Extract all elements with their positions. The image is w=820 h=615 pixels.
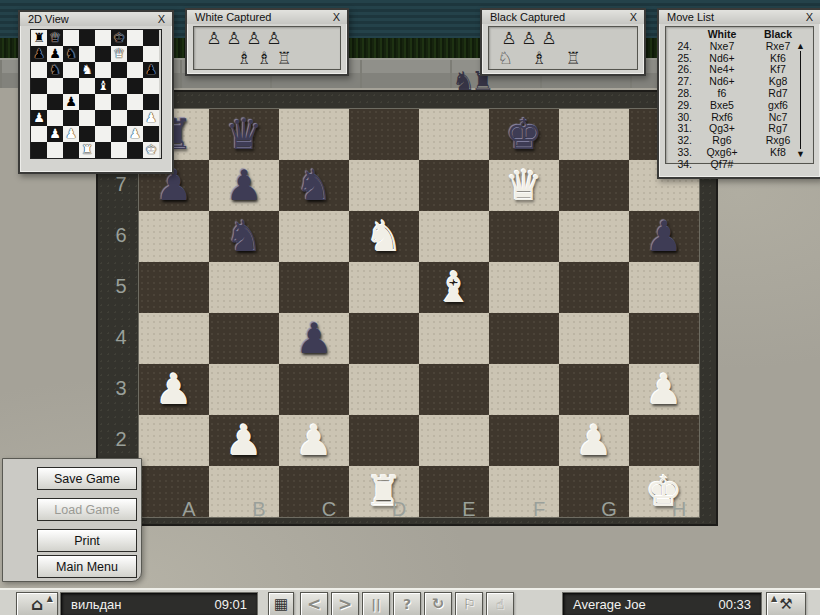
square-d3[interactable]	[79, 110, 95, 126]
captured-bishop-icon: ♗	[254, 48, 274, 68]
tools-button[interactable]: ⚒ ▲	[766, 592, 806, 615]
square-d4[interactable]	[349, 313, 419, 364]
white-pawn-b2[interactable]: ♟	[225, 417, 263, 465]
square-f5[interactable]	[111, 78, 127, 94]
square-h3[interactable]: ♟	[629, 364, 699, 415]
square-f3[interactable]	[111, 110, 127, 126]
square-e8[interactable]	[419, 109, 489, 160]
white-bishop-e5[interactable]: ♝	[435, 264, 473, 312]
square-d7[interactable]	[79, 46, 95, 62]
white-queen-f7[interactable]: ♛	[505, 162, 543, 210]
square-c5[interactable]	[279, 262, 349, 313]
resign-button[interactable]: ⚐	[455, 592, 483, 615]
white-pawn-b2[interactable]: ♟	[49, 126, 61, 142]
square-h8[interactable]	[143, 30, 159, 46]
chess-board[interactable]: ♜♛♚♟♟♞♛♞♞♟♝♟♟♟♟♟♟♜♚	[138, 108, 700, 518]
square-d4[interactable]	[79, 94, 95, 110]
pattern-icon: ▦	[274, 595, 288, 613]
move-row-28[interactable]: 28.f6Rd7	[668, 88, 811, 100]
file-label-E: E	[434, 496, 504, 522]
square-e3[interactable]	[419, 364, 489, 415]
next-icon: >	[338, 594, 352, 614]
rank-label-4: 4	[108, 312, 134, 363]
white-knight-d6[interactable]: ♞	[81, 62, 93, 78]
square-a5[interactable]	[31, 78, 47, 94]
redo-loop-icon: ↻	[432, 595, 445, 613]
black-pawn-c4[interactable]: ♟	[295, 315, 333, 363]
file-labels: ABCDEFGH	[154, 496, 714, 522]
captured-pawn-icon: ♙	[539, 28, 559, 48]
scroll-down-icon[interactable]: ▼	[796, 149, 805, 159]
square-e3[interactable]	[95, 110, 111, 126]
chess-board-frame: 87654321 ♜♛♚♟♟♞♛♞♞♟♝♟♟♟♟♟♟♜♚ ABCDEFGH	[96, 90, 718, 526]
square-a4[interactable]	[31, 94, 47, 110]
panel-2d-view-title: 2D View	[28, 13, 69, 25]
flag-icon: ⚐	[463, 596, 476, 612]
panel-black-captured: Black Captured X ♙♙♙ ♘♗♖	[480, 8, 646, 76]
white-king-h1[interactable]: ♚	[145, 142, 157, 158]
eject-icon: ▲	[47, 594, 53, 603]
save-game-button[interactable]: Save Game	[37, 467, 137, 490]
square-h3[interactable]: ♟	[143, 110, 159, 126]
panel-white-captured-titlebar[interactable]: White Captured X	[187, 10, 347, 24]
square-d3[interactable]	[349, 364, 419, 415]
panel-move-list: Move List X White Black 24.Nxe7Rxe725.Nd…	[657, 8, 820, 179]
black-pawn-a7[interactable]: ♟	[33, 46, 45, 62]
black-knight-c7[interactable]: ♞	[295, 162, 333, 210]
print-button[interactable]: Print	[37, 529, 137, 552]
white-knight-d6[interactable]: ♞	[365, 213, 403, 261]
white-pawn-c2[interactable]: ♟	[295, 417, 333, 465]
square-f7[interactable]: ♛	[111, 46, 127, 62]
square-f4[interactable]	[489, 313, 559, 364]
move-row-33[interactable]: 33.Qxg6+Kf8	[668, 147, 811, 159]
black-knight-c7[interactable]: ♞	[65, 46, 77, 62]
square-a6[interactable]	[139, 211, 209, 262]
white-pawn-h3[interactable]: ♟	[145, 110, 157, 126]
question-icon: ?	[403, 596, 411, 612]
pause-icon: ||	[371, 597, 381, 612]
panel-2d-view-titlebar[interactable]: 2D View X	[20, 12, 172, 26]
black-king-f8[interactable]: ♚	[113, 30, 125, 46]
rank-label-6: 6	[108, 210, 134, 261]
square-c2[interactable]: ♟	[63, 126, 79, 142]
close-icon[interactable]: X	[806, 11, 813, 23]
square-f1[interactable]	[111, 142, 127, 158]
panel-white-captured-title: White Captured	[195, 11, 271, 23]
captured-pawn-icon: ♙	[224, 28, 244, 48]
file-label-H: H	[644, 496, 714, 522]
square-b8[interactable]: ♛	[209, 109, 279, 160]
board-pattern-button[interactable]: ▦	[268, 592, 294, 615]
white-player-field: вильдан 09:01	[60, 592, 258, 615]
load-game-button[interactable]: Load Game	[37, 498, 137, 521]
square-a3[interactable]: ♟	[31, 110, 47, 126]
square-c7[interactable]: ♞	[63, 46, 79, 62]
previous-icon: <	[307, 594, 321, 614]
square-c7[interactable]: ♞	[279, 160, 349, 211]
square-d5[interactable]	[79, 78, 95, 94]
square-d7[interactable]	[349, 160, 419, 211]
white-player-name: вильдан	[71, 597, 122, 612]
square-d6[interactable]: ♞	[79, 62, 95, 78]
black-queen-b8[interactable]: ♛	[225, 111, 263, 159]
square-b7[interactable]: ♟	[209, 160, 279, 211]
square-a8[interactable]: ♜	[31, 30, 47, 46]
square-h5[interactable]	[629, 262, 699, 313]
square-g5[interactable]	[127, 78, 143, 94]
square-h4[interactable]	[143, 94, 159, 110]
square-b1[interactable]	[47, 142, 63, 158]
square-e5[interactable]: ♝	[419, 262, 489, 313]
white-pawn-c2[interactable]: ♟	[65, 126, 77, 142]
square-b6[interactable]: ♞	[209, 211, 279, 262]
white-captured-tray: ♙♙♙♙ ♗♗♖	[193, 26, 341, 70]
square-a6[interactable]	[31, 62, 47, 78]
panel-white-captured: White Captured X ♙♙♙♙ ♗♗♖	[185, 8, 349, 76]
square-g5[interactable]	[559, 262, 629, 313]
file-label-C: C	[294, 496, 364, 522]
square-g1[interactable]	[127, 142, 143, 158]
white-pawn-a3[interactable]: ♟	[33, 110, 45, 126]
square-b3[interactable]	[47, 110, 63, 126]
square-f6[interactable]	[489, 211, 559, 262]
square-g2[interactable]: ♟	[127, 126, 143, 142]
move-list-scrollbar[interactable]: ▲ ▼	[795, 41, 806, 159]
file-label-B: B	[224, 496, 294, 522]
square-h1[interactable]: ♚	[143, 142, 159, 158]
square-b6[interactable]: ♞	[47, 62, 63, 78]
move-row-29[interactable]: 29.Bxe5gxf6	[668, 100, 811, 112]
mini-2d-board[interactable]: ♜♛♚♟♟♞♛♞♞♟♝♟♟♟♟♟♟♜♚	[31, 30, 161, 158]
captured-rook-icon: ♖	[274, 48, 294, 68]
square-h7[interactable]	[143, 46, 159, 62]
square-d1[interactable]: ♜	[79, 142, 95, 158]
square-f7[interactable]: ♛	[489, 160, 559, 211]
black-player-field: Average Joe 00:33	[562, 592, 762, 615]
square-b4[interactable]	[47, 94, 63, 110]
black-pawn-b7[interactable]: ♟	[225, 162, 263, 210]
square-d2[interactable]	[79, 126, 95, 142]
square-f2[interactable]	[111, 126, 127, 142]
square-a3[interactable]: ♟	[139, 364, 209, 415]
square-g3[interactable]	[127, 110, 143, 126]
captured-pawn-icon: ♙	[204, 28, 224, 48]
square-c4[interactable]: ♟	[279, 313, 349, 364]
white-bishop-e5[interactable]: ♝	[97, 78, 109, 94]
scroll-up-icon[interactable]: ▲	[796, 41, 805, 51]
square-c4[interactable]: ♟	[63, 94, 79, 110]
square-f5[interactable]	[489, 262, 559, 313]
mini-board-border: ♜♛♚♟♟♞♛♞♞♟♝♟♟♟♟♟♟♜♚	[30, 29, 162, 159]
square-e1[interactable]	[95, 142, 111, 158]
square-c8[interactable]	[279, 109, 349, 160]
square-g2[interactable]: ♟	[559, 415, 629, 466]
captured-bishop-icon: ♗	[234, 48, 254, 68]
offer-draw-button[interactable]: ☝	[486, 592, 514, 615]
square-f4[interactable]	[111, 94, 127, 110]
square-e5[interactable]: ♝	[95, 78, 111, 94]
square-c6[interactable]	[279, 211, 349, 262]
black-king-f8[interactable]: ♚	[505, 111, 543, 159]
black-pawn-b7[interactable]: ♟	[49, 46, 61, 62]
file-label-G: G	[574, 496, 644, 522]
panel-move-list-titlebar[interactable]: Move List X	[659, 10, 820, 24]
panel-black-captured-titlebar[interactable]: Black Captured X	[482, 10, 644, 24]
next-move-button[interactable]: >	[331, 592, 359, 615]
square-c5[interactable]	[63, 78, 79, 94]
black-pawn-h6[interactable]: ♟	[145, 62, 157, 78]
rank-label-3: 3	[108, 363, 134, 414]
square-g4[interactable]	[127, 94, 143, 110]
black-knight-b6[interactable]: ♞	[225, 213, 263, 261]
square-h6[interactable]: ♟	[143, 62, 159, 78]
square-g7[interactable]	[127, 46, 143, 62]
toolbar: ⌂ ▲ вильдан 09:01 ▦ < > || ? ↻ ⚐ ☝	[0, 588, 820, 615]
file-label-A: A	[154, 496, 224, 522]
square-a1[interactable]	[31, 142, 47, 158]
white-pawn-g2[interactable]: ♟	[129, 126, 141, 142]
wrench-icon: ⚒	[779, 595, 792, 613]
captured-rook-icon: ♖	[563, 48, 583, 68]
square-g6[interactable]	[127, 62, 143, 78]
square-e6[interactable]	[419, 211, 489, 262]
panel-2d-view: 2D View X ♜♛♚♟♟♞♛♞♞♟♝♟♟♟♟♟♟♜♚	[18, 10, 174, 174]
square-d6[interactable]: ♞	[349, 211, 419, 262]
square-d2[interactable]	[349, 415, 419, 466]
square-e8[interactable]	[95, 30, 111, 46]
square-e7[interactable]	[95, 46, 111, 62]
square-f2[interactable]	[489, 415, 559, 466]
pause-button[interactable]: ||	[362, 592, 390, 615]
black-queen-b8[interactable]: ♛	[49, 30, 61, 46]
square-h2[interactable]	[629, 415, 699, 466]
move-row-34[interactable]: 34.Qf7#	[668, 159, 811, 171]
square-d5[interactable]	[349, 262, 419, 313]
square-g8[interactable]	[127, 30, 143, 46]
square-c8[interactable]	[63, 30, 79, 46]
square-h5[interactable]	[143, 78, 159, 94]
square-a2[interactable]	[31, 126, 47, 142]
main-menu-button[interactable]: Main Menu	[37, 555, 137, 578]
square-g7[interactable]	[559, 160, 629, 211]
white-pawn-h3[interactable]: ♟	[645, 366, 683, 414]
square-f3[interactable]	[489, 364, 559, 415]
square-e2[interactable]	[419, 415, 489, 466]
app-window: ♞♜ 87654321 ♜♛♚♟♟♞♛♞♞♟♝♟♟♟♟♟♟♜♚ ABCDEFGH…	[0, 0, 820, 615]
replay-button[interactable]: ↻	[424, 592, 452, 615]
square-e4[interactable]	[419, 313, 489, 364]
square-g8[interactable]	[559, 109, 629, 160]
home-button[interactable]: ⌂ ▲	[16, 592, 58, 615]
square-f6[interactable]	[111, 62, 127, 78]
white-pawn-g2[interactable]: ♟	[575, 417, 613, 465]
captured-pawn-icon: ♙	[519, 28, 539, 48]
square-c1[interactable]	[63, 142, 79, 158]
square-e2[interactable]	[95, 126, 111, 142]
move-list-box: White Black 24.Nxe7Rxe725.Nd6+Kf626.Ne4+…	[665, 26, 814, 164]
square-b5[interactable]	[209, 262, 279, 313]
black-pawn-c4[interactable]: ♟	[65, 94, 77, 110]
square-h2[interactable]	[143, 126, 159, 142]
captured-knight-icon: ♘	[495, 48, 515, 68]
square-h4[interactable]	[629, 313, 699, 364]
square-f8[interactable]: ♚	[489, 109, 559, 160]
white-queen-f7[interactable]: ♛	[113, 46, 125, 62]
square-b5[interactable]	[47, 78, 63, 94]
square-e4[interactable]	[95, 94, 111, 110]
square-c3[interactable]	[63, 110, 79, 126]
square-b2[interactable]: ♟	[209, 415, 279, 466]
close-icon[interactable]: X	[630, 11, 637, 23]
square-c3[interactable]	[279, 364, 349, 415]
square-c2[interactable]: ♟	[279, 415, 349, 466]
square-e7[interactable]	[419, 160, 489, 211]
panel-black-captured-title: Black Captured	[490, 11, 565, 23]
square-e6[interactable]	[95, 62, 111, 78]
eject-icon: ▲	[771, 594, 777, 603]
captured-pawn-icon: ♙	[244, 28, 264, 48]
move-row-24[interactable]: 24.Nxe7Rxe7	[668, 41, 811, 53]
hand-icon: ☝	[496, 596, 505, 612]
square-g6[interactable]	[559, 211, 629, 262]
square-a7[interactable]: ♟	[31, 46, 47, 62]
square-b2[interactable]: ♟	[47, 126, 63, 142]
black-pawn-h6[interactable]: ♟	[645, 213, 683, 261]
captured-pawn-icon: ♙	[499, 28, 519, 48]
captured-bishop-icon: ♗	[529, 48, 549, 68]
square-d8[interactable]	[349, 109, 419, 160]
rank-label-5: 5	[108, 261, 134, 312]
black-rook-a8[interactable]: ♜	[33, 30, 45, 46]
black-player-clock: 00:33	[718, 597, 751, 612]
white-player-clock: 09:01	[214, 597, 247, 612]
black-knight-b6[interactable]: ♞	[49, 62, 61, 78]
square-b8[interactable]: ♛	[47, 30, 63, 46]
close-icon[interactable]: X	[158, 13, 165, 25]
square-a2[interactable]	[139, 415, 209, 466]
previous-move-button[interactable]: <	[300, 592, 328, 615]
square-h6[interactable]: ♟	[629, 211, 699, 262]
square-g3[interactable]	[559, 364, 629, 415]
white-rook-d1[interactable]: ♜	[81, 142, 93, 158]
square-a5[interactable]	[139, 262, 209, 313]
black-player-name: Average Joe	[573, 597, 646, 612]
square-b7[interactable]: ♟	[47, 46, 63, 62]
square-f8[interactable]: ♚	[111, 30, 127, 46]
game-menu-panel: Save Game Load Game Print Main Menu	[2, 458, 142, 582]
square-c6[interactable]	[63, 62, 79, 78]
file-label-D: D	[364, 496, 434, 522]
square-d8[interactable]	[79, 30, 95, 46]
hint-button[interactable]: ?	[393, 592, 421, 615]
panel-move-list-title: Move List	[667, 11, 714, 23]
square-b4[interactable]	[209, 313, 279, 364]
white-pawn-a3[interactable]: ♟	[155, 366, 193, 414]
home-icon: ⌂	[31, 594, 43, 614]
square-a4[interactable]	[139, 313, 209, 364]
square-b3[interactable]	[209, 364, 279, 415]
black-captured-tray: ♙♙♙ ♘♗♖	[488, 26, 638, 70]
captured-pawn-icon: ♙	[264, 28, 284, 48]
square-g4[interactable]	[559, 313, 629, 364]
close-icon[interactable]: X	[333, 11, 340, 23]
file-label-F: F	[504, 496, 574, 522]
